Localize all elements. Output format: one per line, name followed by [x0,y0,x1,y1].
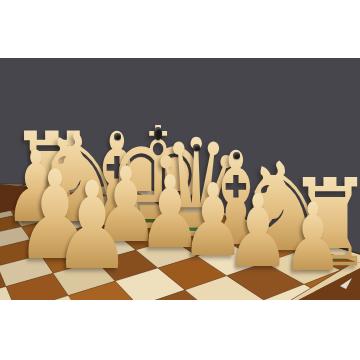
piece-white-pawn-7: ♟ [226,182,291,282]
white-band-bottom [0,300,360,360]
product-photo-chess-set: ♜♟♞♝♚♛♟♝♟♞♟♟♜♟♟♟ [0,0,360,360]
piece-white-pawn-8: ♟ [283,191,344,285]
white-band-top [0,0,360,58]
piece-white-pawn-3: ♟ [53,166,131,287]
